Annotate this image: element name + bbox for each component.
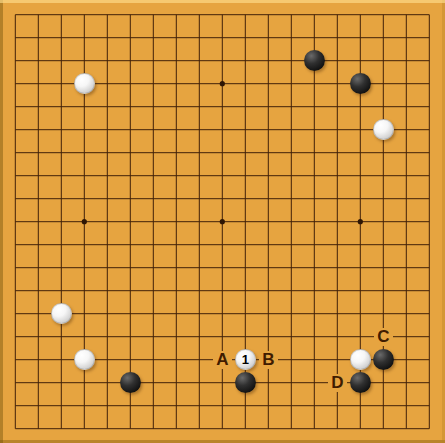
board-point-R14	[372, 118, 395, 141]
label-A[interactable]: A	[213, 351, 232, 369]
board-point-D4	[73, 348, 96, 371]
go-board[interactable]: 1ABCD	[0, 0, 445, 443]
board-point-R5: C	[372, 325, 395, 348]
board-point-L3	[234, 371, 257, 394]
stone-black-Q16	[350, 73, 371, 94]
stone-black-Q3	[350, 372, 371, 393]
stone-white-Q4	[350, 349, 371, 370]
board-point-C6	[50, 302, 73, 325]
board-point-L4: 1	[234, 348, 257, 371]
move-number: 1	[242, 353, 249, 366]
board-point-K4: A	[211, 348, 234, 371]
stone-black-R4	[373, 349, 394, 370]
stones-layer: 1ABCD	[4, 3, 441, 440]
board-point-O17	[303, 49, 326, 72]
stone-black-L3	[235, 372, 256, 393]
board-point-F3	[119, 371, 142, 394]
stone-white-D4	[74, 349, 95, 370]
stone-white-R14	[373, 119, 394, 140]
board-point-M4: B	[257, 348, 280, 371]
board-point-P3: D	[326, 371, 349, 394]
label-B[interactable]: B	[259, 351, 278, 369]
stone-black-O17	[304, 50, 325, 71]
board-point-Q16	[349, 72, 372, 95]
board-point-Q3	[349, 371, 372, 394]
board-point-R4	[372, 348, 395, 371]
stone-black-F3	[120, 372, 141, 393]
board-point-Q4	[349, 348, 372, 371]
board-point-D16	[73, 72, 96, 95]
stone-white-D16	[74, 73, 95, 94]
stone-white-L4: 1	[235, 349, 256, 370]
stone-white-C6	[51, 303, 72, 324]
label-C[interactable]: C	[374, 328, 393, 346]
label-D[interactable]: D	[328, 374, 347, 392]
